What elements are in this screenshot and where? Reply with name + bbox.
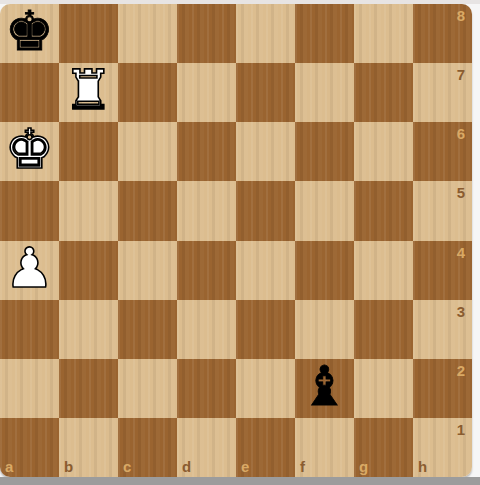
square-a1[interactable]: a <box>0 418 59 477</box>
square-d3[interactable] <box>177 300 236 359</box>
square-e2[interactable] <box>236 359 295 418</box>
piece-white-pawn[interactable]: ♟ <box>5 241 54 296</box>
square-e3[interactable] <box>236 300 295 359</box>
square-b1[interactable]: b <box>59 418 118 477</box>
square-e6[interactable] <box>236 122 295 181</box>
rank-label-6: 6 <box>457 126 465 141</box>
square-e8[interactable] <box>236 4 295 63</box>
rank-label-8: 8 <box>457 8 465 23</box>
rank-label-2: 2 <box>457 363 465 378</box>
file-label-a: a <box>5 459 13 474</box>
square-b7[interactable]: ♜ <box>59 63 118 122</box>
square-d2[interactable] <box>177 359 236 418</box>
rank-label-7: 7 <box>457 67 465 82</box>
rank-label-3: 3 <box>457 304 465 319</box>
square-d7[interactable] <box>177 63 236 122</box>
square-a2[interactable] <box>0 359 59 418</box>
square-h8[interactable]: 8 <box>413 4 472 63</box>
square-a4[interactable]: ♟ <box>0 241 59 300</box>
square-h1[interactable]: h1 <box>413 418 472 477</box>
square-f6[interactable] <box>295 122 354 181</box>
piece-white-king[interactable]: ♚ <box>5 122 54 177</box>
square-f5[interactable] <box>295 181 354 240</box>
square-c4[interactable] <box>118 241 177 300</box>
square-a7[interactable] <box>0 63 59 122</box>
file-label-b: b <box>64 459 73 474</box>
square-b2[interactable] <box>59 359 118 418</box>
square-e4[interactable] <box>236 241 295 300</box>
square-a3[interactable] <box>0 300 59 359</box>
square-h3[interactable]: 3 <box>413 300 472 359</box>
square-b4[interactable] <box>59 241 118 300</box>
square-f2[interactable]: ♝ <box>295 359 354 418</box>
square-c3[interactable] <box>118 300 177 359</box>
square-d5[interactable] <box>177 181 236 240</box>
square-b3[interactable] <box>59 300 118 359</box>
square-b6[interactable] <box>59 122 118 181</box>
square-b5[interactable] <box>59 181 118 240</box>
file-label-d: d <box>182 459 191 474</box>
rank-label-5: 5 <box>457 185 465 200</box>
square-g8[interactable] <box>354 4 413 63</box>
square-f1[interactable]: f <box>295 418 354 477</box>
square-f3[interactable] <box>295 300 354 359</box>
square-h4[interactable]: 4 <box>413 241 472 300</box>
square-c8[interactable] <box>118 4 177 63</box>
piece-white-rook[interactable]: ♜ <box>64 63 113 118</box>
file-label-c: c <box>123 459 131 474</box>
square-h7[interactable]: 7 <box>413 63 472 122</box>
square-g7[interactable] <box>354 63 413 122</box>
chess-board[interactable]: ♚8♜7♚65♟43♝2abcdefgh1 <box>0 4 472 477</box>
file-label-f: f <box>300 459 305 474</box>
square-b8[interactable] <box>59 4 118 63</box>
square-c6[interactable] <box>118 122 177 181</box>
square-c1[interactable]: c <box>118 418 177 477</box>
square-f8[interactable] <box>295 4 354 63</box>
piece-black-bishop[interactable]: ♝ <box>300 359 349 414</box>
square-a5[interactable] <box>0 181 59 240</box>
square-h5[interactable]: 5 <box>413 181 472 240</box>
square-d6[interactable] <box>177 122 236 181</box>
file-label-g: g <box>359 459 368 474</box>
square-c2[interactable] <box>118 359 177 418</box>
chess-app-screen: ♚8♜7♚65♟43♝2abcdefgh1 <box>0 0 480 485</box>
square-g4[interactable] <box>354 241 413 300</box>
square-e1[interactable]: e <box>236 418 295 477</box>
rank-label-4: 4 <box>457 245 465 260</box>
square-d8[interactable] <box>177 4 236 63</box>
square-e5[interactable] <box>236 181 295 240</box>
square-f4[interactable] <box>295 241 354 300</box>
square-f7[interactable] <box>295 63 354 122</box>
bottom-bar <box>0 477 480 485</box>
rank-label-1: 1 <box>457 422 465 437</box>
square-h2[interactable]: 2 <box>413 359 472 418</box>
square-c7[interactable] <box>118 63 177 122</box>
square-d1[interactable]: d <box>177 418 236 477</box>
square-g3[interactable] <box>354 300 413 359</box>
square-e7[interactable] <box>236 63 295 122</box>
square-a6[interactable]: ♚ <box>0 122 59 181</box>
file-label-h: h <box>418 459 427 474</box>
square-c5[interactable] <box>118 181 177 240</box>
file-label-e: e <box>241 459 249 474</box>
square-g1[interactable]: g <box>354 418 413 477</box>
square-g2[interactable] <box>354 359 413 418</box>
square-d4[interactable] <box>177 241 236 300</box>
square-g6[interactable] <box>354 122 413 181</box>
square-g5[interactable] <box>354 181 413 240</box>
piece-black-king[interactable]: ♚ <box>5 4 54 59</box>
square-a8[interactable]: ♚ <box>0 4 59 63</box>
square-h6[interactable]: 6 <box>413 122 472 181</box>
